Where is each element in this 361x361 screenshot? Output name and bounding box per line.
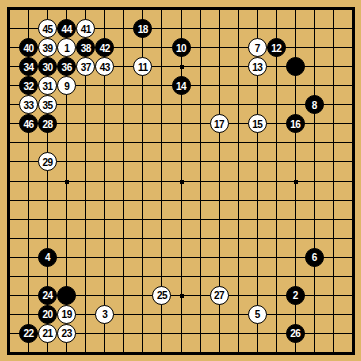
star-point: [180, 294, 184, 298]
stone-white-7[interactable]: 7: [248, 38, 267, 57]
stone-number: 26: [290, 329, 300, 339]
stone-black-6[interactable]: 6: [305, 248, 324, 267]
stone-number: 36: [62, 62, 72, 72]
stone-number: 23: [62, 329, 72, 339]
stone-number: 2: [293, 291, 298, 301]
star-point: [65, 180, 69, 184]
stone-number: 28: [43, 119, 53, 129]
go-diagram: 1234567891011121314151617181920212223242…: [0, 0, 361, 361]
stone-white-19[interactable]: 19: [57, 305, 76, 324]
stone-number: 16: [290, 119, 300, 129]
stone-number: 8: [312, 100, 317, 110]
star-point: [180, 180, 184, 184]
stone-number: 29: [43, 157, 53, 167]
stone-number: 39: [43, 43, 53, 53]
stone-number: 14: [176, 81, 186, 91]
stone-black-2[interactable]: 2: [286, 286, 305, 305]
handicap-stone-black-pd[interactable]: [286, 57, 305, 76]
stone-number: 6: [312, 253, 317, 263]
star-point: [294, 180, 298, 184]
stone-number: 38: [81, 43, 91, 53]
stone-number: 21: [43, 329, 53, 339]
stone-number: 15: [252, 119, 262, 129]
stone-black-26[interactable]: 26: [286, 324, 305, 343]
stone-number: 12: [271, 43, 281, 53]
stone-black-14[interactable]: 14: [172, 76, 191, 95]
stone-black-4[interactable]: 4: [38, 248, 57, 267]
stone-number: 18: [138, 24, 148, 34]
stone-white-21[interactable]: 21: [38, 324, 57, 343]
stone-number: 9: [64, 81, 69, 91]
stone-white-13[interactable]: 13: [248, 57, 267, 76]
stone-number: 11: [138, 62, 148, 72]
stone-number: 22: [23, 329, 33, 339]
stone-black-10[interactable]: 10: [172, 38, 191, 57]
stone-number: 40: [23, 43, 33, 53]
handicap-stone-black-dp[interactable]: [57, 286, 76, 305]
stone-black-8[interactable]: 8: [305, 95, 324, 114]
stone-number: 1: [64, 43, 69, 53]
stone-number: 10: [176, 43, 186, 53]
stone-number: 3: [102, 310, 107, 320]
stone-number: 13: [252, 62, 262, 72]
stone-number: 19: [62, 310, 72, 320]
stone-white-27[interactable]: 27: [210, 286, 229, 305]
stone-number: 35: [43, 100, 53, 110]
stone-white-5[interactable]: 5: [248, 305, 267, 324]
stone-black-24[interactable]: 24: [38, 286, 57, 305]
star-point: [180, 65, 184, 69]
stone-black-12[interactable]: 12: [267, 38, 286, 57]
stone-number: 20: [43, 310, 53, 320]
stone-number: 24: [43, 291, 53, 301]
stone-number: 41: [81, 24, 91, 34]
stone-black-20[interactable]: 20: [38, 305, 57, 324]
stone-black-22[interactable]: 22: [19, 324, 38, 343]
stone-number: 37: [81, 62, 91, 72]
stone-number: 7: [255, 43, 260, 53]
stone-number: 5: [255, 310, 260, 320]
stone-number: 34: [23, 62, 33, 72]
stone-number: 31: [43, 81, 53, 91]
stone-number: 46: [23, 119, 33, 129]
stone-number: 43: [100, 62, 110, 72]
stone-number: 42: [100, 43, 110, 53]
stone-white-3[interactable]: 3: [95, 305, 114, 324]
go-board[interactable]: 1234567891011121314151617181920212223242…: [0, 0, 361, 361]
stone-number: 32: [23, 81, 33, 91]
stone-number: 44: [62, 24, 72, 34]
stone-number: 17: [214, 119, 224, 129]
stone-white-15[interactable]: 15: [248, 114, 267, 133]
stone-white-23[interactable]: 23: [57, 324, 76, 343]
stone-number: 45: [43, 24, 53, 34]
stone-white-17[interactable]: 17: [210, 114, 229, 133]
stone-number: 30: [43, 62, 53, 72]
stone-number: 27: [214, 291, 224, 301]
stone-number: 4: [45, 253, 50, 263]
stone-number: 33: [23, 100, 33, 110]
stone-number: 25: [157, 291, 167, 301]
